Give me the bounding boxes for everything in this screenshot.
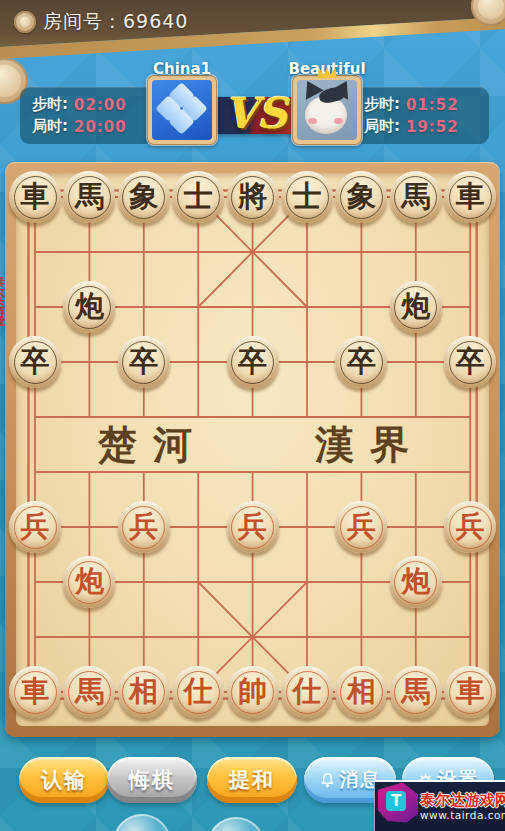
avatar-left-image xyxy=(152,80,212,140)
piece-glyph: 卒 xyxy=(238,347,267,376)
step-time-right-value: 01:52 xyxy=(406,96,459,114)
piece-glyph: 車 xyxy=(21,182,50,211)
piece-black-士[interactable]: 士 xyxy=(281,171,333,223)
piece-glyph: 卒 xyxy=(21,347,50,376)
piece-black-卒[interactable]: 卒 xyxy=(444,336,496,388)
watermark-logo-icon: T xyxy=(378,783,418,823)
piece-black-炮[interactable]: 炮 xyxy=(390,281,442,333)
piece-black-卒[interactable]: 卒 xyxy=(9,336,61,388)
xiangqi-board[interactable]: 楚河 漢界 車馬象士將士象馬車炮炮卒卒卒卒卒兵兵兵兵兵炮炮車馬相仕帥仕相馬車 xyxy=(5,162,500,737)
board-grid xyxy=(5,162,500,737)
piece-red-炮[interactable]: 炮 xyxy=(390,556,442,608)
draw-button[interactable]: 提和 xyxy=(207,757,297,803)
piece-glyph: 象 xyxy=(129,182,158,211)
piece-glyph: 兵 xyxy=(129,512,158,541)
piece-black-車[interactable]: 車 xyxy=(9,171,61,223)
piece-black-炮[interactable]: 炮 xyxy=(63,281,115,333)
piece-black-車[interactable]: 車 xyxy=(444,171,496,223)
piece-red-帥[interactable]: 帥 xyxy=(227,666,279,718)
piece-glyph: 兵 xyxy=(21,512,50,541)
resign-button[interactable]: 认输 xyxy=(19,757,109,803)
piece-black-象[interactable]: 象 xyxy=(118,171,170,223)
piece-red-車[interactable]: 車 xyxy=(9,666,61,718)
game-timer-left: 局时: 20:00 xyxy=(32,117,154,136)
timer-panel-right: 步时: 01:52 局时: 19:52 xyxy=(352,87,489,144)
piece-glyph: 車 xyxy=(456,677,485,706)
piece-glyph: 卒 xyxy=(347,347,376,376)
piece-glyph: 士 xyxy=(293,182,322,211)
bubble-decoration xyxy=(207,817,265,831)
piece-glyph: 仕 xyxy=(184,677,213,706)
step-timer-left: 步时: 02:00 xyxy=(32,95,154,114)
piece-glyph: 將 xyxy=(238,182,267,211)
piece-glyph: 馬 xyxy=(401,677,430,706)
piece-glyph: 兵 xyxy=(238,512,267,541)
piece-red-兵[interactable]: 兵 xyxy=(335,501,387,553)
room-number: 69640 xyxy=(123,10,188,32)
piece-glyph: 馬 xyxy=(75,677,104,706)
piece-red-炮[interactable]: 炮 xyxy=(63,556,115,608)
piece-glyph: 象 xyxy=(347,182,376,211)
piece-glyph: 帥 xyxy=(238,677,267,706)
avatar-right-image xyxy=(297,80,357,140)
piece-red-兵[interactable]: 兵 xyxy=(227,501,279,553)
piece-glyph: 馬 xyxy=(401,182,430,211)
game-timer-right: 局时: 19:52 xyxy=(364,117,489,136)
avatar-left[interactable] xyxy=(147,75,217,145)
watermark-site-name: 泰尔达游戏网 xyxy=(420,792,505,809)
piece-glyph: 仕 xyxy=(293,677,322,706)
avatar-right[interactable] xyxy=(292,75,362,145)
bubble-decoration xyxy=(113,814,171,831)
piece-glyph: 車 xyxy=(21,677,50,706)
piece-glyph: 兵 xyxy=(347,512,376,541)
room-piece-icon xyxy=(14,11,36,33)
game-screen: 房间号：69640 China1 Beautiful 步时: 02:00 局时:… xyxy=(0,0,505,831)
piece-red-車[interactable]: 車 xyxy=(444,666,496,718)
piece-glyph: 炮 xyxy=(75,567,104,596)
piece-glyph: 炮 xyxy=(401,292,430,321)
piece-black-將[interactable]: 將 xyxy=(227,171,279,223)
piece-glyph: 卒 xyxy=(129,347,158,376)
game-time-left-value: 20:00 xyxy=(74,118,127,136)
river-label-right: 漢界 xyxy=(299,418,425,470)
side-watermark: 泰尔达游戏网 xyxy=(0,266,7,326)
game-time-right-value: 19:52 xyxy=(406,118,459,136)
site-watermark: T 泰尔达游戏网 www.tairda.com xyxy=(374,780,505,831)
piece-black-馬[interactable]: 馬 xyxy=(390,171,442,223)
piece-black-象[interactable]: 象 xyxy=(335,171,387,223)
undo-button[interactable]: 悔棋 xyxy=(107,757,197,803)
piece-black-馬[interactable]: 馬 xyxy=(63,171,115,223)
piece-black-卒[interactable]: 卒 xyxy=(118,336,170,388)
piece-glyph: 兵 xyxy=(456,512,485,541)
step-time-left-value: 02:00 xyxy=(74,96,127,114)
vs-label: VS xyxy=(219,88,293,140)
piece-glyph: 炮 xyxy=(401,567,430,596)
piece-red-兵[interactable]: 兵 xyxy=(444,501,496,553)
step-timer-right: 步时: 01:52 xyxy=(364,95,489,114)
piece-red-兵[interactable]: 兵 xyxy=(9,501,61,553)
piece-red-相[interactable]: 相 xyxy=(118,666,170,718)
piece-glyph: 炮 xyxy=(75,292,104,321)
piece-black-士[interactable]: 士 xyxy=(172,171,224,223)
piece-red-仕[interactable]: 仕 xyxy=(172,666,224,718)
piece-red-兵[interactable]: 兵 xyxy=(118,501,170,553)
piece-red-馬[interactable]: 馬 xyxy=(63,666,115,718)
piece-glyph: 馬 xyxy=(75,182,104,211)
room-label: 房间号：69640 xyxy=(43,9,188,35)
player-name-left: China1 xyxy=(122,60,242,78)
piece-red-相[interactable]: 相 xyxy=(335,666,387,718)
piece-glyph: 相 xyxy=(129,677,158,706)
bell-icon xyxy=(319,772,336,789)
piece-black-卒[interactable]: 卒 xyxy=(335,336,387,388)
piece-glyph: 車 xyxy=(456,182,485,211)
timer-panel-left: 步时: 02:00 局时: 20:00 xyxy=(20,87,154,144)
piece-glyph: 士 xyxy=(184,182,213,211)
piece-red-馬[interactable]: 馬 xyxy=(390,666,442,718)
watermark-url: www.tairda.com xyxy=(420,809,505,821)
room-info: 房间号：69640 xyxy=(14,9,188,35)
piece-red-仕[interactable]: 仕 xyxy=(281,666,333,718)
piece-glyph: 卒 xyxy=(456,347,485,376)
river-label-left: 楚河 xyxy=(82,418,208,470)
piece-black-卒[interactable]: 卒 xyxy=(227,336,279,388)
piece-glyph: 相 xyxy=(347,677,376,706)
